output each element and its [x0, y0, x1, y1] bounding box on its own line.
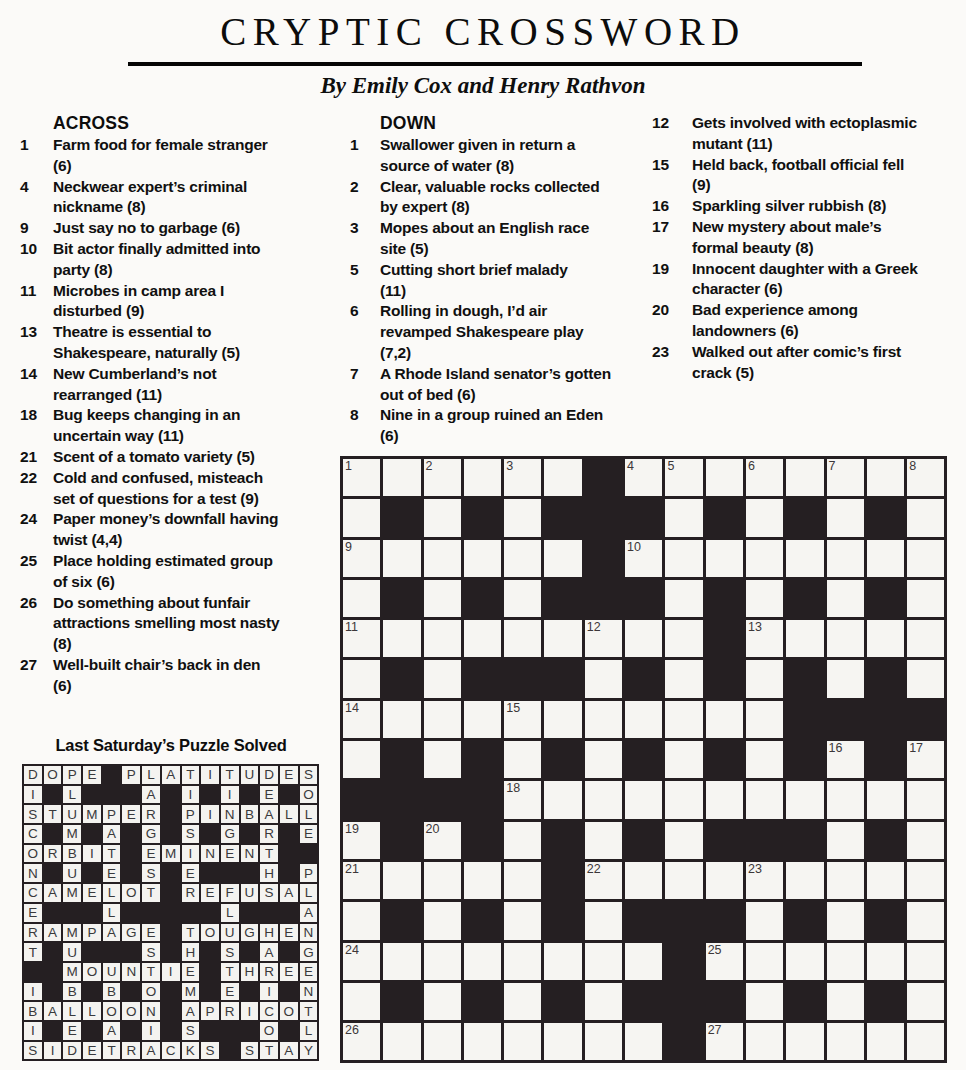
cell-clue-number: 3	[506, 460, 513, 473]
grid-cell[interactable]	[786, 862, 823, 899]
grid-cell[interactable]	[424, 540, 461, 577]
cell-clue-number: 27	[708, 1024, 722, 1037]
solved-black-cell	[241, 786, 259, 804]
grid-cell[interactable]: 24	[343, 943, 380, 980]
grid-cell[interactable]	[383, 620, 420, 657]
grid-cell[interactable]	[424, 580, 461, 617]
solved-letter-cell: R	[24, 924, 42, 942]
solved-letter-cell: I	[201, 766, 219, 784]
black-cell	[544, 902, 581, 939]
grid-cell[interactable]	[706, 701, 743, 738]
grid-cell[interactable]	[827, 499, 864, 536]
grid-cell[interactable]	[907, 499, 944, 536]
grid-cell[interactable]	[424, 1023, 461, 1060]
grid-cell[interactable]	[544, 943, 581, 980]
grid-cell[interactable]	[827, 540, 864, 577]
solved-black-cell	[122, 904, 140, 922]
grid-cell[interactable]	[786, 943, 823, 980]
grid-cell[interactable]	[343, 499, 380, 536]
grid-cell[interactable]	[867, 620, 904, 657]
solved-letter-cell: G	[300, 943, 318, 961]
solved-black-cell	[162, 943, 180, 961]
grid-cell[interactable]	[907, 540, 944, 577]
cell-clue-number: 18	[506, 782, 520, 795]
grid-cell[interactable]: 8	[907, 459, 944, 496]
grid-cell[interactable]	[464, 540, 501, 577]
grid-cell[interactable]: 21	[343, 862, 380, 899]
grid-cell[interactable]	[625, 701, 662, 738]
grid-cell[interactable]	[424, 620, 461, 657]
clue-across-9: 9Just say no to garbage (6)	[20, 218, 314, 239]
solved-black-cell	[122, 825, 140, 843]
grid-cell[interactable]	[907, 580, 944, 617]
solved-black-cell	[201, 963, 219, 981]
black-cell	[786, 499, 823, 536]
solved-letter-cell: S	[24, 805, 42, 823]
grid-cell[interactable]	[827, 1023, 864, 1060]
clue-text: Nine in a group ruined an Eden (6)	[380, 405, 603, 447]
solved-letter-cell: A	[162, 766, 180, 784]
grid-cell[interactable]	[343, 580, 380, 617]
solved-black-cell	[241, 825, 259, 843]
solved-letter-cell: I	[24, 786, 42, 804]
solved-letter-cell: O	[122, 1002, 140, 1020]
grid-cell[interactable]	[625, 943, 662, 980]
grid-cell[interactable]: 7	[827, 459, 864, 496]
solved-letter-cell: P	[63, 766, 81, 784]
grid-cell[interactable]: 3	[504, 459, 541, 496]
grid-cell[interactable]	[746, 741, 783, 778]
solved-black-cell	[44, 1022, 62, 1040]
solved-letter-cell: U	[103, 963, 121, 981]
grid-cell[interactable]	[665, 862, 702, 899]
grid-cell[interactable]	[383, 862, 420, 899]
solved-black-cell	[221, 1042, 239, 1060]
down-clue-list-1: 1Swallower given in return a source of w…	[350, 135, 640, 447]
grid-cell[interactable]	[464, 701, 501, 738]
black-cell	[706, 620, 743, 657]
solved-black-cell	[201, 983, 219, 1001]
grid-cell[interactable]	[343, 741, 380, 778]
solved-black-cell	[162, 864, 180, 882]
grid-cell[interactable]	[827, 660, 864, 697]
black-cell	[867, 983, 904, 1020]
solved-black-cell	[241, 864, 259, 882]
solved-letter-cell: E	[182, 963, 200, 981]
solved-letter-cell: N	[221, 805, 239, 823]
grid-cell[interactable]: 23	[746, 862, 783, 899]
black-cell	[625, 983, 662, 1020]
grid-cell[interactable]	[746, 943, 783, 980]
grid-cell[interactable]	[464, 1023, 501, 1060]
solved-letter-cell: E	[260, 786, 278, 804]
cell-clue-number: 21	[345, 863, 359, 876]
clue-text: Sparkling silver rubbish (8)	[692, 196, 886, 217]
solved-letter-cell: T	[182, 924, 200, 942]
solved-letter-cell: I	[182, 845, 200, 863]
clue-number: 1	[20, 135, 53, 156]
grid-cell[interactable]	[504, 540, 541, 577]
solved-black-cell	[83, 943, 101, 961]
grid-cell[interactable]	[383, 1023, 420, 1060]
grid-cell[interactable]	[746, 580, 783, 617]
black-cell	[625, 741, 662, 778]
grid-cell[interactable]	[665, 540, 702, 577]
grid-cell[interactable]	[867, 943, 904, 980]
clue-down-3: 3Mopes about an English race site (5)	[350, 218, 640, 260]
grid-cell[interactable]	[867, 1023, 904, 1060]
grid-cell[interactable]	[464, 862, 501, 899]
black-cell	[786, 983, 823, 1020]
grid-cell[interactable]	[706, 540, 743, 577]
grid-cell[interactable]: 4	[625, 459, 662, 496]
clue-text: Walked out after comic’s first crack (5)	[692, 342, 901, 384]
solved-letter-cell: M	[63, 825, 81, 843]
solved-black-cell	[122, 864, 140, 882]
solved-black-cell	[122, 943, 140, 961]
grid-cell[interactable]	[827, 983, 864, 1020]
grid-cell[interactable]	[544, 620, 581, 657]
solved-letter-cell: S	[300, 766, 318, 784]
grid-cell[interactable]	[504, 862, 541, 899]
solved-black-cell	[201, 904, 219, 922]
clue-across-1: 1Farm food for female stranger (6)	[20, 135, 314, 177]
grid-cell[interactable]: 9	[343, 540, 380, 577]
clue-across-25: 25Place holding estimated group of six (…	[20, 551, 314, 593]
clue-number: 18	[20, 405, 53, 426]
grid-cell[interactable]	[827, 943, 864, 980]
grid-cell[interactable]	[907, 822, 944, 859]
grid-cell[interactable]	[383, 459, 420, 496]
grid-cell[interactable]	[544, 459, 581, 496]
solved-letter-cell: I	[24, 1022, 42, 1040]
solved-letter-cell: T	[142, 963, 160, 981]
solved-black-cell	[122, 845, 140, 863]
black-cell	[464, 660, 501, 697]
grid-cell[interactable]: 10	[625, 540, 662, 577]
cell-clue-number: 13	[748, 621, 762, 634]
grid-cell[interactable]	[786, 620, 823, 657]
solved-letter-cell: O	[201, 924, 219, 942]
grid-cell[interactable]	[424, 660, 461, 697]
solved-black-cell	[280, 1022, 298, 1040]
solved-letter-cell: I	[201, 805, 219, 823]
grid-cell[interactable]	[907, 943, 944, 980]
grid-cell[interactable]	[907, 781, 944, 818]
solved-black-cell	[162, 884, 180, 902]
grid-cell[interactable]	[424, 983, 461, 1020]
cell-clue-number: 17	[909, 742, 923, 755]
grid-cell[interactable]: 14	[343, 701, 380, 738]
clue-number: 14	[20, 364, 53, 385]
grid-cell[interactable]	[585, 1023, 622, 1060]
grid-cell[interactable]	[585, 781, 622, 818]
grid-cell[interactable]	[424, 741, 461, 778]
solved-black-cell	[103, 786, 121, 804]
grid-cell[interactable]	[665, 660, 702, 697]
grid-cell[interactable]	[585, 983, 622, 1020]
grid-cell[interactable]: 6	[746, 459, 783, 496]
grid-cell[interactable]	[746, 499, 783, 536]
clue-number: 5	[350, 260, 380, 281]
grid-cell[interactable]	[544, 701, 581, 738]
grid-cell[interactable]	[504, 580, 541, 617]
black-cell	[786, 741, 823, 778]
solved-black-cell	[83, 825, 101, 843]
black-cell	[665, 943, 702, 980]
solved-letter-cell: C	[260, 1002, 278, 1020]
cell-clue-number: 19	[345, 823, 359, 836]
grid-cell[interactable]	[585, 741, 622, 778]
solved-letter-cell: T	[182, 766, 200, 784]
grid-cell[interactable]	[665, 781, 702, 818]
solved-letter-cell: A	[44, 924, 62, 942]
solved-black-cell	[201, 786, 219, 804]
black-cell	[464, 741, 501, 778]
grid-cell[interactable]	[383, 701, 420, 738]
grid-cell[interactable]	[867, 781, 904, 818]
black-cell	[464, 499, 501, 536]
grid-cell[interactable]	[907, 983, 944, 1020]
grid-cell[interactable]	[625, 1023, 662, 1060]
solved-letter-cell: T	[24, 943, 42, 961]
grid-cell[interactable]: 15	[504, 701, 541, 738]
grid-cell[interactable]	[504, 1023, 541, 1060]
grid-cell[interactable]: 12	[585, 620, 622, 657]
grid-cell[interactable]	[746, 781, 783, 818]
grid-cell[interactable]	[464, 620, 501, 657]
clue-number: 27	[20, 655, 53, 676]
grid-cell[interactable]	[706, 781, 743, 818]
grid-cell[interactable]: 1	[343, 459, 380, 496]
clue-number: 7	[350, 364, 380, 385]
solved-letter-cell: B	[63, 845, 81, 863]
solved-letter-cell: N	[24, 864, 42, 882]
solved-black-cell	[280, 943, 298, 961]
grid-cell[interactable]	[665, 620, 702, 657]
grid-cell[interactable]	[625, 862, 662, 899]
grid-cell[interactable]: 22	[585, 862, 622, 899]
solved-letter-cell: R	[221, 1002, 239, 1020]
grid-cell[interactable]	[706, 862, 743, 899]
grid-cell[interactable]	[504, 741, 541, 778]
clue-number: 1	[350, 135, 380, 156]
grid-cell[interactable]	[746, 540, 783, 577]
solved-letter-cell: A	[260, 943, 278, 961]
grid-cell[interactable]: 5	[665, 459, 702, 496]
grid-cell[interactable]	[907, 1023, 944, 1060]
grid-cell[interactable]	[544, 540, 581, 577]
grid-cell[interactable]	[827, 620, 864, 657]
solved-letter-cell: O	[122, 884, 140, 902]
clue-text: A Rhode Island senator’s gotten out of b…	[380, 364, 611, 406]
grid-cell[interactable]	[424, 862, 461, 899]
solved-letter-cell: N	[142, 1002, 160, 1020]
grid-cell[interactable]	[746, 660, 783, 697]
crossword-grid: 1234567891011121314151617181920212223242…	[340, 456, 947, 1063]
grid-cell[interactable]: 2	[424, 459, 461, 496]
grid-cell[interactable]	[907, 902, 944, 939]
grid-cell[interactable]	[504, 902, 541, 939]
grid-cell[interactable]	[706, 459, 743, 496]
grid-cell[interactable]	[625, 620, 662, 657]
grid-cell[interactable]	[625, 781, 662, 818]
solved-letter-cell: N	[300, 983, 318, 1001]
black-cell	[383, 983, 420, 1020]
grid-cell[interactable]: 26	[343, 1023, 380, 1060]
grid-cell[interactable]	[746, 1023, 783, 1060]
solved-letter-cell: S	[182, 825, 200, 843]
solved-letter-cell: L	[300, 884, 318, 902]
grid-cell[interactable]	[585, 943, 622, 980]
grid-cell[interactable]	[585, 822, 622, 859]
grid-cell[interactable]	[786, 459, 823, 496]
grid-cell[interactable]	[544, 1023, 581, 1060]
grid-cell[interactable]: 17	[907, 741, 944, 778]
solved-letter-cell: R	[260, 825, 278, 843]
solved-letter-cell: P	[83, 924, 101, 942]
solved-black-cell	[162, 805, 180, 823]
solved-black-cell	[24, 963, 42, 981]
grid-cell[interactable]	[343, 902, 380, 939]
grid-cell[interactable]	[827, 822, 864, 859]
grid-cell[interactable]	[504, 943, 541, 980]
grid-cell[interactable]	[665, 741, 702, 778]
grid-cell[interactable]	[827, 781, 864, 818]
grid-cell[interactable]	[907, 660, 944, 697]
clue-text: Clear, valuable rocks collected by exper…	[380, 177, 600, 219]
black-cell	[786, 660, 823, 697]
grid-cell[interactable]	[464, 459, 501, 496]
grid-cell[interactable]	[544, 781, 581, 818]
grid-cell[interactable]: 11	[343, 620, 380, 657]
solved-letter-cell: S	[260, 884, 278, 902]
grid-cell[interactable]	[786, 540, 823, 577]
clue-text: Cutting short brief malady (11)	[380, 260, 568, 302]
solved-letter-cell: B	[63, 983, 81, 1001]
black-cell	[827, 701, 864, 738]
grid-cell[interactable]	[585, 701, 622, 738]
black-cell	[544, 741, 581, 778]
solved-black-cell	[83, 864, 101, 882]
solved-letter-cell: E	[63, 1022, 81, 1040]
grid-cell[interactable]	[343, 983, 380, 1020]
black-cell	[383, 741, 420, 778]
grid-cell[interactable]	[907, 620, 944, 657]
grid-cell[interactable]	[827, 862, 864, 899]
grid-cell[interactable]	[343, 660, 380, 697]
solved-letter-cell: T	[103, 1042, 121, 1060]
grid-cell[interactable]	[665, 499, 702, 536]
clue-text: Theatre is essential to Shakespeare, nat…	[53, 322, 240, 364]
grid-cell[interactable]	[585, 902, 622, 939]
across-heading: ACROSS	[53, 113, 314, 134]
solved-letter-cell: A	[103, 924, 121, 942]
black-cell	[867, 660, 904, 697]
solved-letter-cell: A	[44, 884, 62, 902]
grid-cell[interactable]	[665, 580, 702, 617]
grid-cell[interactable]	[504, 983, 541, 1020]
solved-black-cell	[44, 963, 62, 981]
solved-letter-cell: S	[182, 1022, 200, 1040]
grid-cell[interactable]: 20	[424, 822, 461, 859]
solved-letter-cell: L	[142, 766, 160, 784]
solved-black-cell	[44, 943, 62, 961]
grid-cell[interactable]	[867, 862, 904, 899]
clue-text: Bit actor finally admitted into party (8…	[53, 239, 260, 281]
solved-letter-cell: P	[122, 766, 140, 784]
grid-cell[interactable]: 13	[746, 620, 783, 657]
grid-cell[interactable]	[867, 540, 904, 577]
solved-letter-cell: T	[221, 766, 239, 784]
clue-number: 2	[350, 177, 380, 198]
solved-letter-cell: L	[300, 805, 318, 823]
solved-letter-cell: L	[83, 1002, 101, 1020]
clue-text: Place holding estimated group of six (6)	[53, 551, 273, 593]
solved-letter-cell: E	[83, 766, 101, 784]
grid-cell[interactable]	[786, 1023, 823, 1060]
grid-cell[interactable]	[665, 701, 702, 738]
grid-cell[interactable]	[504, 499, 541, 536]
solved-letter-cell: F	[221, 884, 239, 902]
grid-cell[interactable]	[827, 902, 864, 939]
clue-across-11: 11Microbes in camp area I disturbed (9)	[20, 281, 314, 323]
grid-cell[interactable]: 16	[827, 741, 864, 778]
grid-cell[interactable]	[827, 580, 864, 617]
black-cell	[625, 902, 662, 939]
solved-letter-cell: N	[300, 924, 318, 942]
clue-number: 15	[652, 155, 692, 176]
clue-text: Just say no to garbage (6)	[53, 218, 240, 239]
grid-cell[interactable]	[424, 701, 461, 738]
solved-letter-cell: M	[63, 924, 81, 942]
clue-across-13: 13Theatre is essential to Shakespeare, n…	[20, 322, 314, 364]
solved-letter-cell: R	[44, 845, 62, 863]
solved-letter-cell: G	[142, 825, 160, 843]
grid-cell[interactable]	[786, 781, 823, 818]
grid-cell[interactable]	[665, 822, 702, 859]
solved-letter-cell: E	[221, 983, 239, 1001]
solved-letter-cell: A	[300, 904, 318, 922]
grid-cell[interactable]	[867, 459, 904, 496]
black-cell	[625, 660, 662, 697]
solved-letter-cell: R	[142, 805, 160, 823]
grid-cell[interactable]	[464, 943, 501, 980]
black-cell	[544, 822, 581, 859]
grid-cell[interactable]: 27	[706, 1023, 743, 1060]
grid-cell[interactable]	[585, 660, 622, 697]
grid-cell[interactable]	[383, 943, 420, 980]
grid-cell[interactable]	[746, 902, 783, 939]
cell-clue-number: 9	[345, 541, 352, 554]
grid-cell[interactable]	[907, 862, 944, 899]
grid-cell[interactable]: 25	[706, 943, 743, 980]
grid-cell[interactable]	[746, 983, 783, 1020]
black-cell	[464, 822, 501, 859]
grid-cell[interactable]: 19	[343, 822, 380, 859]
grid-cell[interactable]	[383, 540, 420, 577]
grid-cell[interactable]	[504, 822, 541, 859]
solved-letter-cell: L	[300, 1022, 318, 1040]
solved-black-cell	[162, 924, 180, 942]
black-cell	[625, 822, 662, 859]
grid-cell[interactable]	[424, 902, 461, 939]
grid-cell[interactable]	[424, 499, 461, 536]
grid-cell[interactable]	[504, 620, 541, 657]
grid-cell[interactable]	[424, 943, 461, 980]
grid-cell[interactable]: 18	[504, 781, 541, 818]
grid-cell[interactable]	[746, 701, 783, 738]
